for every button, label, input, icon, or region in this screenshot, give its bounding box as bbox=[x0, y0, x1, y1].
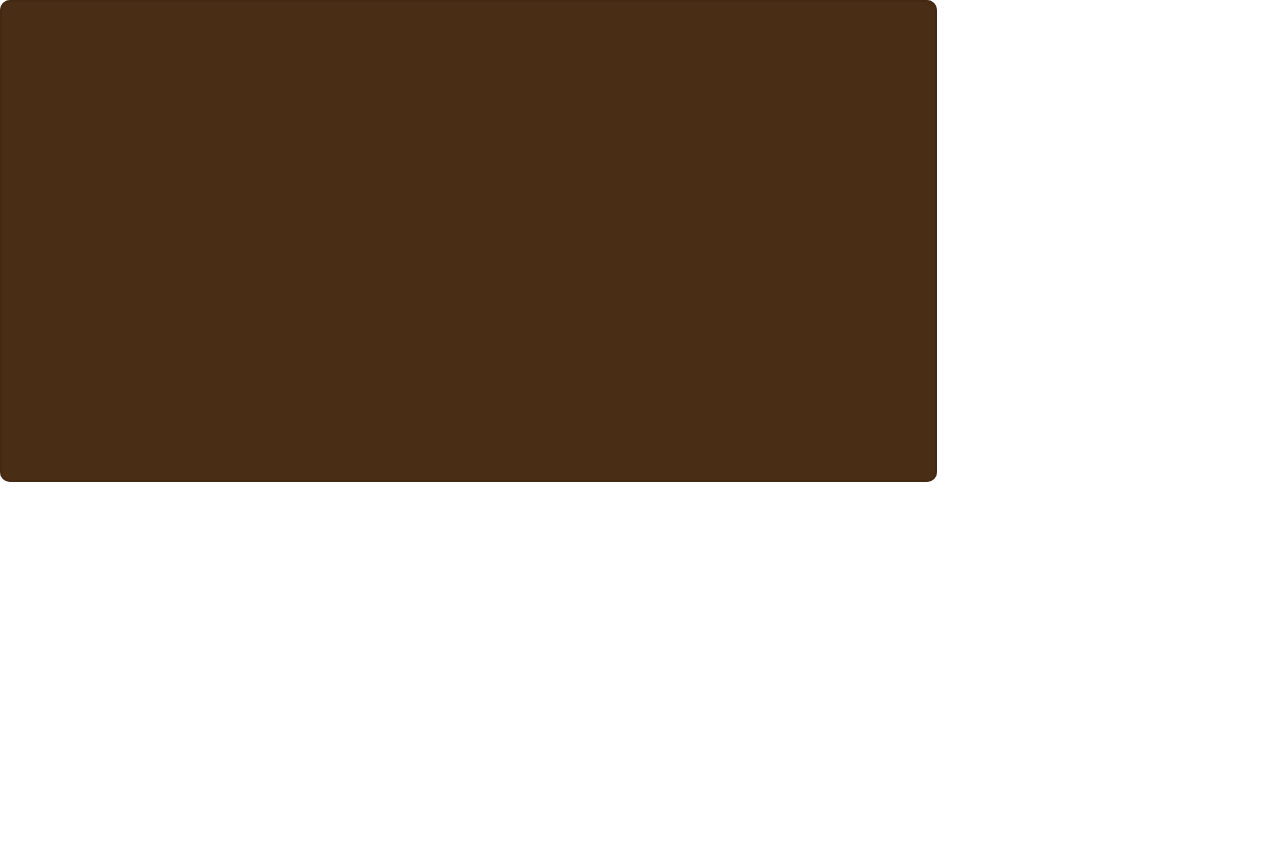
chess-box-photo bbox=[0, 0, 1280, 853]
chessboard-top bbox=[0, 0, 937, 482]
